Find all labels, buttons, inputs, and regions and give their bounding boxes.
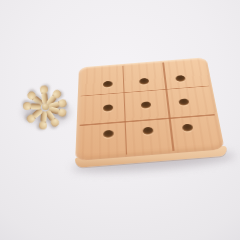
peg-head <box>39 121 48 130</box>
empty-hole[interactable] <box>139 78 149 85</box>
empty-hole[interactable] <box>175 75 185 82</box>
cell-1-0[interactable] <box>89 94 128 122</box>
peg-body <box>30 103 41 110</box>
board-face <box>75 57 225 161</box>
empty-hole[interactable] <box>143 127 154 135</box>
cell-1-1[interactable] <box>127 92 167 119</box>
board-3d-wrap <box>75 57 225 161</box>
peg-head <box>57 97 67 107</box>
photo-scene <box>0 0 240 240</box>
empty-hole[interactable] <box>103 81 113 88</box>
loose-peg-9[interactable] <box>23 102 41 110</box>
empty-hole[interactable] <box>178 98 189 105</box>
empty-hole[interactable] <box>103 104 113 111</box>
empty-hole[interactable] <box>103 130 114 138</box>
board <box>72 31 220 179</box>
empty-hole[interactable] <box>182 123 193 131</box>
peg-head <box>39 85 48 94</box>
empty-hole[interactable] <box>141 101 151 108</box>
